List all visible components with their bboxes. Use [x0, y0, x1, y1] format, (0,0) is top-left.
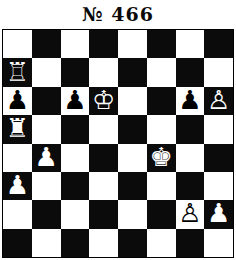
square-a8 [3, 30, 32, 58]
square-e6 [118, 87, 147, 115]
piece-white-pawn-h2: ♟ [207, 200, 230, 227]
square-d1 [89, 229, 118, 257]
square-h2: ♟ [204, 200, 233, 228]
square-e8 [118, 30, 147, 58]
square-g2: ♙ [176, 200, 205, 228]
square-a2 [3, 200, 32, 228]
piece-black-pawn-h6: ♙ [207, 87, 230, 114]
piece-white-pawn-b4: ♟ [34, 144, 57, 171]
square-h6: ♙ [204, 87, 233, 115]
square-c1 [61, 229, 90, 257]
square-g8 [176, 30, 205, 58]
piece-white-pawn-a3: ♟ [6, 172, 29, 199]
square-f8 [147, 30, 176, 58]
piece-black-pawn-c6: ♟ [63, 87, 86, 114]
square-a5: ♜ [3, 115, 32, 143]
square-h1 [204, 229, 233, 257]
square-e2 [118, 200, 147, 228]
square-f4: ♚ [147, 144, 176, 172]
square-a3: ♟ [3, 172, 32, 200]
square-f2 [147, 200, 176, 228]
square-e5 [118, 115, 147, 143]
square-c8 [61, 30, 90, 58]
square-e7 [118, 58, 147, 86]
square-f7 [147, 58, 176, 86]
square-b4: ♟ [32, 144, 61, 172]
square-d6: ♔ [89, 87, 118, 115]
square-b3 [32, 172, 61, 200]
square-a4 [3, 144, 32, 172]
square-e3 [118, 172, 147, 200]
square-g5 [176, 115, 205, 143]
square-c3 [61, 172, 90, 200]
piece-white-king-f4: ♚ [149, 144, 172, 171]
square-b2 [32, 200, 61, 228]
square-a6: ♟ [3, 87, 32, 115]
square-f3 [147, 172, 176, 200]
square-b5 [32, 115, 61, 143]
piece-black-rook-a7: ♖ [6, 58, 29, 85]
square-g4 [176, 144, 205, 172]
square-d3 [89, 172, 118, 200]
square-c2 [61, 200, 90, 228]
square-h3 [204, 172, 233, 200]
square-g7 [176, 58, 205, 86]
square-h4 [204, 144, 233, 172]
square-g1 [176, 229, 205, 257]
piece-black-king-d6: ♔ [92, 87, 115, 114]
piece-white-pawn-g2: ♙ [178, 200, 201, 227]
square-b7 [32, 58, 61, 86]
square-b8 [32, 30, 61, 58]
square-h7 [204, 58, 233, 86]
square-d8 [89, 30, 118, 58]
square-a7: ♖ [3, 58, 32, 86]
square-b6 [32, 87, 61, 115]
square-c7 [61, 58, 90, 86]
square-a1 [3, 229, 32, 257]
square-f1 [147, 229, 176, 257]
diagram-page: № 466 ♖♟♟♔♟♙♜♟♚♟♙♟ [0, 0, 236, 260]
square-b1 [32, 229, 61, 257]
square-c5 [61, 115, 90, 143]
piece-black-pawn-a6: ♟ [6, 87, 29, 114]
square-f5 [147, 115, 176, 143]
square-c4 [61, 144, 90, 172]
square-d7 [89, 58, 118, 86]
square-e1 [118, 229, 147, 257]
chess-board: ♖♟♟♔♟♙♜♟♚♟♙♟ [2, 29, 234, 258]
square-g6: ♟ [176, 87, 205, 115]
piece-white-rook-a5: ♜ [6, 115, 29, 142]
diagram-number: № 466 [0, 1, 236, 27]
square-d2 [89, 200, 118, 228]
piece-black-pawn-g6: ♟ [178, 87, 201, 114]
square-g3 [176, 172, 205, 200]
square-c6: ♟ [61, 87, 90, 115]
square-h5 [204, 115, 233, 143]
square-d5 [89, 115, 118, 143]
square-f6 [147, 87, 176, 115]
square-d4 [89, 144, 118, 172]
square-e4 [118, 144, 147, 172]
square-h8 [204, 30, 233, 58]
